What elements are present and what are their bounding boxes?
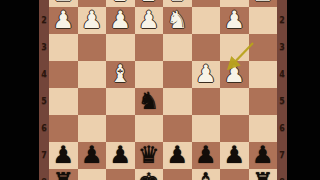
black-pawn[interactable]: ♟ [52,142,74,169]
square-e7[interactable]: ♛ [135,142,164,169]
rank-label-3: 3 [39,34,49,61]
square-e8[interactable]: ♚ [135,169,164,180]
rank-label-2: 2 [277,7,287,34]
rank-label-8: 8 [39,169,49,180]
rank-label-7: 7 [277,142,287,169]
white-pawn[interactable]: ♟ [223,61,245,88]
square-b7[interactable]: ♟ [220,142,249,169]
black-knight[interactable]: ♞ [138,88,160,115]
rank-label-6: 6 [277,115,287,142]
rank-label-1: 1 [39,0,49,7]
square-e5[interactable]: ♞ [135,88,164,115]
square-f8[interactable] [106,169,135,180]
square-a1[interactable]: ♜ [249,0,278,7]
square-a8[interactable]: ♜ [249,169,278,180]
square-b5[interactable] [220,88,249,115]
square-h7[interactable]: ♟ [49,142,78,169]
square-d4[interactable] [163,61,192,88]
rank-label-2: 2 [39,7,49,34]
black-pawn[interactable]: ♟ [166,142,188,169]
square-g7[interactable]: ♟ [78,142,107,169]
square-d3[interactable] [163,34,192,61]
white-pawn[interactable]: ♟ [223,7,245,34]
square-f7[interactable]: ♟ [106,142,135,169]
square-a2[interactable] [249,7,278,34]
black-pawn[interactable]: ♟ [252,142,274,169]
square-a5[interactable] [249,88,278,115]
black-pawn[interactable]: ♟ [195,142,217,169]
square-a4[interactable] [249,61,278,88]
rank-label-5: 5 [277,88,287,115]
white-pawn[interactable]: ♟ [195,61,217,88]
square-h3[interactable] [49,34,78,61]
square-d2[interactable]: ♞ [163,7,192,34]
square-g8[interactable] [78,169,107,180]
square-e6[interactable] [135,115,164,142]
square-c4[interactable]: ♟ [192,61,221,88]
video-frame: 12345678 ♜♝♚♛♜♟♟♟♟♞♟♝♟♟♞♟♟♟♛♟♟♟♟♜♚♝♜ 123… [0,0,320,180]
square-h6[interactable] [49,115,78,142]
rank-label-6: 6 [39,115,49,142]
black-bishop[interactable]: ♝ [195,169,217,180]
square-f6[interactable] [106,115,135,142]
square-g3[interactable] [78,34,107,61]
rank-label-1: 1 [277,0,287,7]
square-g4[interactable] [78,61,107,88]
square-d6[interactable] [163,115,192,142]
square-e4[interactable] [135,61,164,88]
white-pawn[interactable]: ♟ [81,7,103,34]
square-f4[interactable]: ♝ [106,61,135,88]
rank-label-4: 4 [277,61,287,88]
square-b4[interactable]: ♟ [220,61,249,88]
white-pawn[interactable]: ♟ [109,7,131,34]
square-d8[interactable] [163,169,192,180]
square-b6[interactable] [220,115,249,142]
white-pawn[interactable]: ♟ [138,7,160,34]
square-d7[interactable]: ♟ [163,142,192,169]
square-h2[interactable]: ♟ [49,7,78,34]
white-bishop[interactable]: ♝ [109,61,131,88]
rank-label-8: 8 [277,169,287,180]
square-b8[interactable] [220,169,249,180]
square-f5[interactable] [106,88,135,115]
white-knight[interactable]: ♞ [166,7,188,34]
square-c2[interactable] [192,7,221,34]
square-c6[interactable] [192,115,221,142]
square-d5[interactable] [163,88,192,115]
white-pawn[interactable]: ♟ [52,7,74,34]
square-g5[interactable] [78,88,107,115]
square-c5[interactable] [192,88,221,115]
square-e2[interactable]: ♟ [135,7,164,34]
square-b2[interactable]: ♟ [220,7,249,34]
square-a7[interactable]: ♟ [249,142,278,169]
black-rook[interactable]: ♜ [52,169,74,180]
rank-label-4: 4 [39,61,49,88]
square-c8[interactable]: ♝ [192,169,221,180]
black-pawn[interactable]: ♟ [109,142,131,169]
square-h4[interactable] [49,61,78,88]
chessboard[interactable]: ♜♝♚♛♜♟♟♟♟♞♟♝♟♟♞♟♟♟♛♟♟♟♟♜♚♝♜ [49,0,277,180]
square-a6[interactable] [249,115,278,142]
square-g6[interactable] [78,115,107,142]
square-c7[interactable]: ♟ [192,142,221,169]
square-a3[interactable] [249,34,278,61]
square-f3[interactable] [106,34,135,61]
black-pawn[interactable]: ♟ [81,142,103,169]
black-king[interactable]: ♚ [138,169,160,180]
rank-label-7: 7 [39,142,49,169]
black-rook[interactable]: ♜ [252,169,274,180]
square-c1[interactable] [192,0,221,7]
board-border-left: 12345678 [39,0,49,180]
rank-label-5: 5 [39,88,49,115]
square-f2[interactable]: ♟ [106,7,135,34]
board-border-right: 12345678 [277,0,287,180]
square-e3[interactable] [135,34,164,61]
square-h8[interactable]: ♜ [49,169,78,180]
square-b3[interactable] [220,34,249,61]
square-g2[interactable]: ♟ [78,7,107,34]
black-pawn[interactable]: ♟ [223,142,245,169]
rank-label-3: 3 [277,34,287,61]
square-h5[interactable] [49,88,78,115]
white-rook[interactable]: ♜ [252,0,274,7]
black-queen[interactable]: ♛ [138,142,160,169]
square-c3[interactable] [192,34,221,61]
